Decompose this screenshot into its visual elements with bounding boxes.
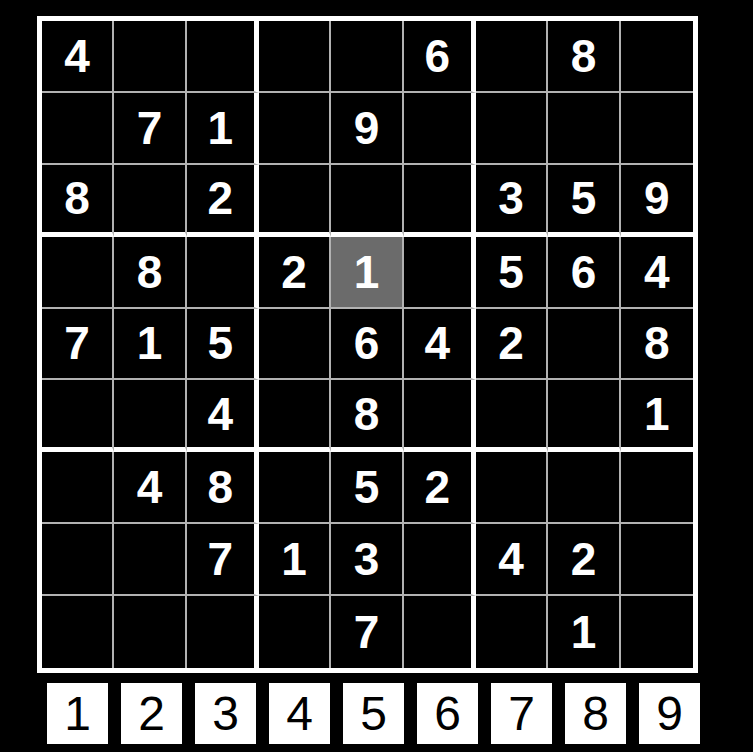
cell-r9c3[interactable] [187, 596, 259, 668]
cell-r9c2[interactable] [114, 596, 186, 668]
cell-r7c5[interactable]: 5 [331, 452, 403, 524]
cell-r5c8[interactable] [548, 309, 620, 381]
cell-r8c8[interactable]: 2 [548, 524, 620, 596]
cell-r5c7[interactable]: 2 [476, 309, 548, 381]
cell-r5c5[interactable]: 6 [331, 309, 403, 381]
numpad-button-5[interactable]: 5 [343, 683, 404, 744]
cell-r3c7[interactable]: 3 [476, 165, 548, 237]
sudoku-grid: 4 6 8 7 1 9 8 2 3 5 9 [42, 21, 693, 668]
cell-r5c2[interactable]: 1 [114, 309, 186, 381]
numpad-button-9[interactable]: 9 [639, 683, 700, 744]
cell-r3c4[interactable] [259, 165, 331, 237]
cell-r5c9[interactable]: 8 [621, 309, 693, 381]
cell-r9c6[interactable] [404, 596, 476, 668]
cell-r4c2[interactable]: 8 [114, 237, 186, 309]
cell-r4c5[interactable]: 1 [331, 237, 403, 309]
cell-r1c3[interactable] [187, 21, 259, 93]
cell-r3c9[interactable]: 9 [621, 165, 693, 237]
cell-r6c2[interactable] [114, 380, 186, 452]
cell-r2c1[interactable] [42, 93, 114, 165]
numpad-button-4[interactable]: 4 [269, 683, 330, 744]
cell-r8c3[interactable]: 7 [187, 524, 259, 596]
cell-r2c7[interactable] [476, 93, 548, 165]
cell-r9c8[interactable]: 1 [548, 596, 620, 668]
cell-r2c8[interactable] [548, 93, 620, 165]
cell-r5c4[interactable] [259, 309, 331, 381]
cell-r6c9[interactable]: 1 [621, 380, 693, 452]
cell-r7c1[interactable] [42, 452, 114, 524]
cell-r1c6[interactable]: 6 [404, 21, 476, 93]
cell-r2c5[interactable]: 9 [331, 93, 403, 165]
cell-r6c6[interactable] [404, 380, 476, 452]
cell-r8c1[interactable] [42, 524, 114, 596]
cell-r4c4[interactable]: 2 [259, 237, 331, 309]
cell-r1c1[interactable]: 4 [42, 21, 114, 93]
numpad-button-2[interactable]: 2 [121, 683, 182, 744]
sudoku-app: 4 6 8 7 1 9 8 2 3 5 9 [0, 0, 753, 752]
cell-r3c5[interactable] [331, 165, 403, 237]
cell-r4c1[interactable] [42, 237, 114, 309]
cell-r7c2[interactable]: 4 [114, 452, 186, 524]
cell-r8c6[interactable] [404, 524, 476, 596]
cell-r2c4[interactable] [259, 93, 331, 165]
sudoku-board: 4 6 8 7 1 9 8 2 3 5 9 [37, 16, 698, 673]
cell-r9c5[interactable]: 7 [331, 596, 403, 668]
cell-r1c4[interactable] [259, 21, 331, 93]
cell-r2c2[interactable]: 7 [114, 93, 186, 165]
cell-r6c7[interactable] [476, 380, 548, 452]
cell-r7c6[interactable]: 2 [404, 452, 476, 524]
numpad-button-3[interactable]: 3 [195, 683, 256, 744]
cell-r9c4[interactable] [259, 596, 331, 668]
numpad-button-1[interactable]: 1 [47, 683, 108, 744]
cell-r4c8[interactable]: 6 [548, 237, 620, 309]
cell-r7c8[interactable] [548, 452, 620, 524]
cell-r3c2[interactable] [114, 165, 186, 237]
cell-r3c3[interactable]: 2 [187, 165, 259, 237]
cell-r7c7[interactable] [476, 452, 548, 524]
cell-r1c5[interactable] [331, 21, 403, 93]
numpad-button-7[interactable]: 7 [491, 683, 552, 744]
cell-r4c9[interactable]: 4 [621, 237, 693, 309]
cell-r6c8[interactable] [548, 380, 620, 452]
cell-r5c1[interactable]: 7 [42, 309, 114, 381]
cell-r9c7[interactable] [476, 596, 548, 668]
numpad-button-8[interactable]: 8 [565, 683, 626, 744]
cell-r1c9[interactable] [621, 21, 693, 93]
cell-r8c9[interactable] [621, 524, 693, 596]
cell-r4c7[interactable]: 5 [476, 237, 548, 309]
cell-r8c7[interactable]: 4 [476, 524, 548, 596]
cell-r2c6[interactable] [404, 93, 476, 165]
cell-r1c2[interactable] [114, 21, 186, 93]
cell-r5c6[interactable]: 4 [404, 309, 476, 381]
cell-r6c3[interactable]: 4 [187, 380, 259, 452]
cell-r6c5[interactable]: 8 [331, 380, 403, 452]
cell-r9c9[interactable] [621, 596, 693, 668]
cell-r1c7[interactable] [476, 21, 548, 93]
cell-r3c6[interactable] [404, 165, 476, 237]
cell-r8c2[interactable] [114, 524, 186, 596]
cell-r6c4[interactable] [259, 380, 331, 452]
cell-r6c1[interactable] [42, 380, 114, 452]
cell-r7c3[interactable]: 8 [187, 452, 259, 524]
number-pad: 1 2 3 4 5 6 7 8 9 [47, 683, 700, 744]
cell-r7c4[interactable] [259, 452, 331, 524]
cell-r9c1[interactable] [42, 596, 114, 668]
cell-r8c4[interactable]: 1 [259, 524, 331, 596]
cell-r3c1[interactable]: 8 [42, 165, 114, 237]
cell-r4c3[interactable] [187, 237, 259, 309]
cell-r1c8[interactable]: 8 [548, 21, 620, 93]
cell-r5c3[interactable]: 5 [187, 309, 259, 381]
numpad-button-6[interactable]: 6 [417, 683, 478, 744]
cell-r4c6[interactable] [404, 237, 476, 309]
cell-r8c5[interactable]: 3 [331, 524, 403, 596]
cell-r2c9[interactable] [621, 93, 693, 165]
cell-r2c3[interactable]: 1 [187, 93, 259, 165]
cell-r3c8[interactable]: 5 [548, 165, 620, 237]
cell-r7c9[interactable] [621, 452, 693, 524]
